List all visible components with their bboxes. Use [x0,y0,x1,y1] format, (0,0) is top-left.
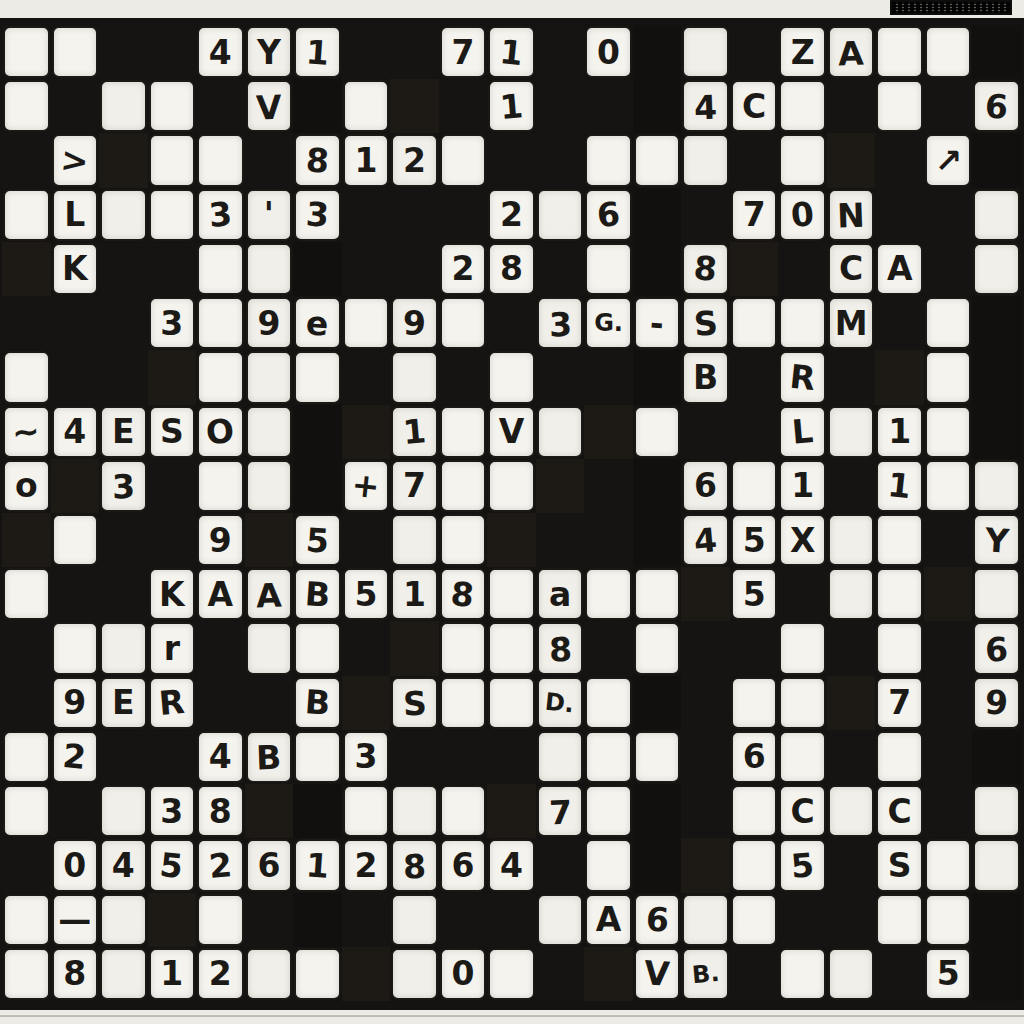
cell-15-15[interactable] [731,839,778,891]
cell-1-2[interactable] [100,80,147,132]
cell-17-3[interactable]: 1 [149,948,196,1000]
cell-15-2[interactable]: 4 [100,839,147,891]
cell-16-17 [827,893,876,947]
cell-10-17[interactable] [828,568,875,620]
cell-glyph: L [64,198,85,231]
cell-17-9[interactable]: 0 [440,948,487,1000]
cell-1-3[interactable] [149,80,196,132]
cell-6-3 [148,350,197,404]
cell-7-7 [342,405,391,459]
cell-6-4[interactable] [197,351,244,403]
cell-9-8[interactable] [391,514,438,566]
cell-1-16[interactable] [779,80,826,132]
cell-10-13[interactable] [634,568,681,620]
cell-15-16[interactable]: 5 [779,839,826,891]
cell-6-6[interactable] [294,351,341,403]
cell-3-15[interactable]: 7 [731,189,778,241]
cell-17-5[interactable] [246,948,293,1000]
cell-13-11[interactable] [537,731,584,783]
cell-5-4[interactable] [197,297,244,349]
cell-15-7[interactable]: 2 [343,839,390,891]
cell-3-16[interactable]: 0 [779,189,826,241]
cell-glyph: 5 [790,848,816,883]
cell-16-0[interactable] [3,894,50,946]
cell-12-2[interactable]: E [100,677,147,729]
cell-0-12[interactable]: 0 [585,26,632,78]
cell-14-4[interactable]: 8 [197,785,244,837]
cell-4-19 [924,242,973,296]
cell-2-12[interactable] [585,134,632,186]
cell-3-11[interactable] [537,189,584,241]
cell-17-13[interactable]: V [634,948,681,1000]
cell-6-0[interactable] [3,351,50,403]
cell-1-18[interactable] [876,80,923,132]
cell-11-20[interactable]: 6 [973,622,1020,674]
cell-glyph: 6 [596,197,622,232]
cell-9-1[interactable] [52,514,99,566]
cell-16-8[interactable] [391,894,438,946]
cell-17-16[interactable] [779,948,826,1000]
cell-0-14[interactable] [682,26,729,78]
cell-11-7 [342,621,391,675]
cell-3-4[interactable]: 3 [197,189,244,241]
cell-14-18[interactable]: C [876,785,923,837]
cell-12-18[interactable]: 7 [876,677,923,729]
cell-13-9 [439,730,488,784]
cell-17-4[interactable]: 2 [197,948,244,1000]
cell-9-4[interactable]: 9 [197,514,244,566]
cell-2-7[interactable]: 1 [343,134,390,186]
cell-1-15[interactable]: C [731,80,778,132]
cell-1-14[interactable]: 4 [682,80,729,132]
cell-3-1[interactable]: L [52,189,99,241]
cell-8-5[interactable] [246,460,293,512]
cell-15-9[interactable]: 6 [440,839,487,891]
cell-8-9[interactable] [440,460,487,512]
cell-10-7[interactable]: 5 [343,568,390,620]
cell-17-1[interactable]: 8 [52,948,99,1000]
cell-14-0[interactable] [3,785,50,837]
cell-10-0[interactable] [3,568,50,620]
cell-17-8[interactable] [391,948,438,1000]
cell-0-10[interactable]: 1 [488,26,535,78]
cell-13-3 [148,730,197,784]
cell-4-20[interactable] [973,243,1020,295]
cell-13-1[interactable]: 2 [52,731,99,783]
cell-14-17[interactable] [828,785,875,837]
cell-15-3[interactable]: 5 [149,839,196,891]
cell-16-19[interactable] [925,894,972,946]
cell-glyph: 5 [937,957,960,990]
cell-3-10[interactable]: 2 [488,189,535,241]
cell-2-0 [2,133,51,187]
cell-8-15[interactable] [731,460,778,512]
cell-2-13[interactable] [634,134,681,186]
cell-6-5[interactable] [246,351,293,403]
cell-0-11 [536,25,585,79]
cell-12-1[interactable]: 9 [52,677,99,729]
cell-2-4[interactable] [197,134,244,186]
cell-13-0[interactable] [3,731,50,783]
cell-5-5[interactable]: 9 [246,297,293,349]
cell-12-16[interactable] [779,677,826,729]
cell-glyph: 1 [791,469,814,502]
cell-10-10[interactable] [488,568,535,620]
cell-4-9[interactable]: 2 [440,243,487,295]
cell-17-17[interactable] [828,948,875,1000]
cell-0-0[interactable] [3,26,50,78]
cell-4-10[interactable]: 8 [488,243,535,295]
cell-glyph: Z [791,36,815,69]
cell-12-12[interactable] [585,677,632,729]
cell-14-9[interactable] [440,785,487,837]
cell-glyph: A [838,36,865,70]
cell-glyph: S [888,849,912,882]
cell-1-0[interactable] [3,80,50,132]
cell-10-6[interactable]: B [294,568,341,620]
cell-8-20[interactable] [973,460,1020,512]
cell-2-14[interactable] [682,134,729,186]
cell-glyph: 9 [209,524,232,557]
cell-6-16[interactable]: R [779,351,826,403]
cell-5-11[interactable]: 3 [537,297,584,349]
cell-12-11[interactable]: D. [537,677,584,729]
cell-13-7[interactable]: 3 [343,731,390,783]
cell-13-5[interactable]: B [246,731,293,783]
cell-13-6[interactable] [294,731,341,783]
cell-14-8[interactable] [391,785,438,837]
cell-9-18[interactable] [876,514,923,566]
cell-glyph: + [350,468,381,504]
cell-9-20[interactable]: Y [973,514,1020,566]
cell-7-2[interactable]: E [100,406,147,458]
cell-15-1[interactable]: 0 [52,839,99,891]
cell-3-20[interactable] [973,189,1020,241]
cell-11-5[interactable] [246,622,293,674]
cell-9-14[interactable]: 4 [682,514,729,566]
cell-2-16[interactable] [779,134,826,186]
cell-glyph: 7 [403,469,426,502]
cell-17-10[interactable] [488,948,535,1000]
cell-8-16[interactable]: 1 [779,460,826,512]
cell-glyph: V [643,957,671,992]
cell-12-3[interactable]: R [149,677,196,729]
cell-9-15[interactable]: 5 [731,514,778,566]
cell-0-16[interactable]: Z [779,26,826,78]
cell-glyph: C [888,795,912,828]
cell-5-14[interactable]: S [682,297,729,349]
cell-5-2 [99,296,148,350]
cell-15-12[interactable] [585,839,632,891]
cell-7-3[interactable]: S [149,406,196,458]
cell-0-13 [633,25,682,79]
cell-2-3[interactable] [149,134,196,186]
cell-7-8[interactable]: 1 [391,406,438,458]
cell-7-0[interactable]: ~ [3,406,50,458]
cell-10-20[interactable] [973,568,1020,620]
cell-11-11[interactable]: 8 [537,622,584,674]
cell-17-0[interactable] [3,948,50,1000]
cell-14-7[interactable] [343,785,390,837]
cell-11-9[interactable] [440,622,487,674]
cell-15-6[interactable]: 1 [294,839,341,891]
cell-15-11 [536,838,585,892]
cell-13-15[interactable]: 6 [731,731,778,783]
cell-4-5[interactable] [246,243,293,295]
cell-7-16[interactable]: L [779,406,826,458]
cell-6-10[interactable] [488,351,535,403]
cell-10-4[interactable]: A [197,568,244,620]
cell-0-6[interactable]: 1 [294,26,341,78]
cell-13-10 [487,730,536,784]
cell-2-1[interactable]: > [52,134,99,186]
cell-12-5 [245,676,294,730]
cell-2-9[interactable] [440,134,487,186]
cell-10-5[interactable]: A [246,568,293,620]
cell-14-15[interactable] [731,785,778,837]
cell-16-14[interactable] [682,894,729,946]
cell-5-15[interactable] [731,297,778,349]
cell-3-6[interactable]: 3 [294,189,341,241]
cell-14-2[interactable] [100,785,147,837]
cell-0-18[interactable] [876,26,923,78]
cell-10-12[interactable] [585,568,632,620]
cell-17-6[interactable] [294,948,341,1000]
cell-5-17[interactable]: M [828,297,875,349]
cell-11-13[interactable] [634,622,681,674]
cell-glyph: 0 [597,36,620,69]
cell-glyph: V [256,90,283,124]
cell-3-2[interactable] [100,189,147,241]
cell-14-12[interactable] [585,785,632,837]
cell-glyph: 6 [694,469,717,502]
cell-glyph: X [790,524,815,557]
cell-glyph: B. [691,961,720,987]
cell-14-6 [293,784,342,838]
cell-2-8[interactable]: 2 [391,134,438,186]
cell-3-0[interactable] [3,189,50,241]
cell-glyph: 7 [548,795,572,829]
cell-glyph: C [791,795,815,828]
cell-14-3[interactable]: 3 [149,785,196,837]
cell-0-1[interactable] [52,26,99,78]
cell-15-19[interactable] [925,839,972,891]
cell-11-18[interactable] [876,622,923,674]
cell-3-8 [390,188,439,242]
cell-16-2[interactable] [100,894,147,946]
cell-glyph: 1 [402,414,428,449]
cell-6-19[interactable] [925,351,972,403]
cell-0-19[interactable] [925,26,972,78]
cell-7-1[interactable]: 4 [52,406,99,458]
cell-5-6[interactable]: e [294,297,341,349]
cell-5-3[interactable]: 3 [149,297,196,349]
cell-9-13 [633,513,682,567]
cell-glyph: a [549,578,571,611]
cell-16-1[interactable]: — [52,894,99,946]
cell-15-4[interactable]: 2 [197,839,244,891]
cell-15-5[interactable]: 6 [246,839,293,891]
cell-11-10[interactable] [488,622,535,674]
cell-13-13[interactable] [634,731,681,783]
cell-11-17 [827,621,876,675]
cell-8-18[interactable]: 1 [876,460,923,512]
cell-5-8[interactable]: 9 [391,297,438,349]
cell-4-17[interactable]: C [828,243,875,295]
cell-1-10[interactable]: 1 [488,80,535,132]
cell-glyph: 8 [692,251,718,286]
cell-7-5[interactable] [246,406,293,458]
cell-0-5[interactable]: Y [246,26,293,78]
cell-3-12[interactable]: 6 [585,189,632,241]
cell-0-9[interactable]: 7 [440,26,487,78]
cell-7-9[interactable] [440,406,487,458]
cell-17-2[interactable] [100,948,147,1000]
cell-8-7[interactable]: + [343,460,390,512]
cell-4-6 [293,242,342,296]
cell-8-19[interactable] [925,460,972,512]
cell-11-4 [196,621,245,675]
cell-8-8[interactable]: 7 [391,460,438,512]
cell-15-8[interactable]: 8 [391,839,438,891]
cell-7-11[interactable] [537,406,584,458]
cell-9-16[interactable]: X [779,514,826,566]
cell-13-18[interactable] [876,731,923,783]
cell-10-18[interactable] [876,568,923,620]
cell-2-10 [487,133,536,187]
cell-2-11 [536,133,585,187]
cell-12-6[interactable]: B [294,677,341,729]
cell-8-4[interactable] [197,460,244,512]
cell-15-18[interactable]: S [876,839,923,891]
cell-glyph: 0 [790,197,816,232]
cell-16-4[interactable] [197,894,244,946]
cell-11-2[interactable] [100,622,147,674]
cell-10-3[interactable]: K [149,568,196,620]
cell-14-11[interactable]: 7 [537,785,584,837]
cell-6-14[interactable]: B [682,351,729,403]
cell-12-9[interactable] [440,677,487,729]
cell-12-20[interactable]: 9 [973,677,1020,729]
cell-4-14[interactable]: 8 [682,243,729,295]
cell-0-4[interactable]: 4 [197,26,244,78]
cell-5-13[interactable]: - [634,297,681,349]
cell-glyph: 5 [743,578,766,611]
cell-11-6[interactable] [294,622,341,674]
cell-16-12[interactable]: A [585,894,632,946]
cell-11-19 [924,621,973,675]
cell-9-10 [487,513,536,567]
cell-9-6[interactable]: 5 [294,514,341,566]
cell-11-16[interactable] [779,622,826,674]
cell-4-12[interactable] [585,243,632,295]
cell-16-11[interactable] [537,894,584,946]
cell-8-3 [148,459,197,513]
cell-5-19[interactable] [925,297,972,349]
cell-7-13[interactable] [634,406,681,458]
cell-17-18 [875,947,924,1001]
cell-11-3[interactable]: r [149,622,196,674]
cell-7-19[interactable] [925,406,972,458]
cell-17-14[interactable]: B. [682,948,729,1000]
cell-glyph: K [62,252,88,285]
cell-glyph: R [788,360,817,395]
cell-7-10[interactable]: V [488,406,535,458]
cell-3-17[interactable]: N [828,189,875,241]
cell-9-9[interactable] [440,514,487,566]
cell-12-8[interactable]: S [391,677,438,729]
cell-8-14[interactable]: 6 [682,460,729,512]
cell-16-13[interactable]: 6 [634,894,681,946]
cell-6-8[interactable] [391,351,438,403]
cell-13-16[interactable] [779,731,826,783]
cell-12-10[interactable] [488,677,535,729]
cell-15-10[interactable]: 4 [488,839,535,891]
cell-4-4[interactable] [197,243,244,295]
cell-4-1[interactable]: K [52,243,99,295]
cell-15-20[interactable] [973,839,1020,891]
cell-glyph: 2 [209,957,232,990]
cell-11-1[interactable] [52,622,99,674]
cell-13-12[interactable] [585,731,632,783]
cell-13-4[interactable]: 4 [197,731,244,783]
cell-1-20[interactable]: 6 [973,80,1020,132]
cell-14-20[interactable] [973,785,1020,837]
cell-8-0[interactable]: o [3,460,50,512]
cell-9-3 [148,513,197,567]
cell-10-11[interactable]: a [537,568,584,620]
cell-glyph: 7 [451,36,474,69]
cell-16-18[interactable] [876,894,923,946]
cell-16-15[interactable] [731,894,778,946]
cell-3-5[interactable]: ' [246,189,293,241]
cell-7-17[interactable] [828,406,875,458]
cell-2-19[interactable]: ↗ [925,134,972,186]
cell-5-12[interactable]: G. [585,297,632,349]
cell-12-15[interactable] [731,677,778,729]
cell-10-8[interactable]: 1 [391,568,438,620]
cell-2-6[interactable]: 8 [294,134,341,186]
cell-5-16[interactable] [779,297,826,349]
cell-glyph: C [742,90,766,123]
cell-0-17[interactable]: A [828,26,875,78]
cell-glyph: 3 [160,307,183,340]
cell-glyph: A [256,578,283,612]
cell-5-7[interactable] [343,297,390,349]
cell-6-1 [51,350,100,404]
cell-7-4[interactable]: O [197,406,244,458]
cell-10-15[interactable]: 5 [731,568,778,620]
cell-11-0 [2,621,51,675]
cell-14-16[interactable]: C [779,785,826,837]
cell-6-13 [633,350,682,404]
cell-4-18[interactable]: A [876,243,923,295]
cell-8-2[interactable]: 3 [100,460,147,512]
puzzle-grid: 4Y1710ZAV14C6>812↗L3'32670NK288CA39e93G.… [0,18,1024,1010]
cell-1-7[interactable] [343,80,390,132]
cell-8-10[interactable] [488,460,535,512]
cell-9-17[interactable] [828,514,875,566]
cell-3-3[interactable] [149,189,196,241]
cell-glyph: 3 [111,470,135,504]
cell-17-19[interactable]: 5 [925,948,972,1000]
cell-5-9[interactable] [440,297,487,349]
cell-7-18[interactable]: 1 [876,406,923,458]
cell-10-9[interactable]: 8 [440,568,487,620]
cell-1-5[interactable]: V [246,80,293,132]
cell-14-10 [487,784,536,838]
cell-12-17 [827,676,876,730]
